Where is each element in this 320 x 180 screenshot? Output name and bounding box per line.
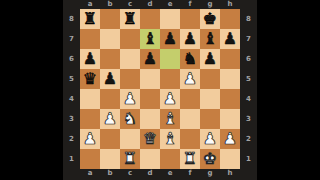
file-label-a: a xyxy=(80,0,100,9)
video-frame: abcdefgh 87654321 ♜♜♚♝♟♟♝♟♟♟♞♟♛♟♟♟♟♟♞♝♟♛… xyxy=(0,0,320,180)
file-label-h: h xyxy=(220,169,240,178)
file-label-h: h xyxy=(220,0,240,9)
square-f7[interactable]: ♟ xyxy=(180,29,200,49)
square-a5[interactable]: ♛ xyxy=(80,69,100,89)
square-d1[interactable] xyxy=(140,149,160,169)
file-labels-top: abcdefgh xyxy=(80,0,240,9)
square-g4[interactable] xyxy=(200,89,220,109)
square-g7[interactable]: ♝ xyxy=(200,29,220,49)
square-g3[interactable] xyxy=(200,109,220,129)
piece-black-king: ♚ xyxy=(203,9,217,29)
rank-label-2: 2 xyxy=(63,129,80,149)
square-d3[interactable] xyxy=(140,109,160,129)
square-a6[interactable]: ♟ xyxy=(80,49,100,69)
piece-black-pawn: ♟ xyxy=(163,29,177,49)
piece-white-queen: ♛ xyxy=(143,129,157,149)
board-frame: abcdefgh 87654321 ♜♜♚♝♟♟♝♟♟♟♞♟♛♟♟♟♟♟♞♝♟♛… xyxy=(63,0,257,180)
square-c4[interactable]: ♟ xyxy=(120,89,140,109)
square-b5[interactable]: ♟ xyxy=(100,69,120,89)
file-label-f: f xyxy=(180,169,200,178)
piece-white-bishop: ♝ xyxy=(163,129,177,149)
file-label-f: f xyxy=(180,0,200,9)
rank-label-3: 3 xyxy=(63,109,80,129)
square-b6[interactable] xyxy=(100,49,120,69)
square-e5[interactable] xyxy=(160,69,180,89)
piece-black-pawn: ♟ xyxy=(183,29,197,49)
square-d2[interactable]: ♛ xyxy=(140,129,160,149)
piece-black-knight: ♞ xyxy=(183,49,197,69)
rank-label-1: 1 xyxy=(240,149,257,169)
square-c1[interactable]: ♜ xyxy=(120,149,140,169)
square-d5[interactable] xyxy=(140,69,160,89)
square-a7[interactable] xyxy=(80,29,100,49)
square-h6[interactable] xyxy=(220,49,240,69)
piece-black-pawn: ♟ xyxy=(203,49,217,69)
square-d6[interactable]: ♟ xyxy=(140,49,160,69)
rank-label-7: 7 xyxy=(63,29,80,49)
square-f6[interactable]: ♞ xyxy=(180,49,200,69)
square-h8[interactable] xyxy=(220,9,240,29)
file-labels-bottom: abcdefgh xyxy=(80,169,240,178)
rank-labels-right: 87654321 xyxy=(240,9,257,169)
square-a3[interactable] xyxy=(80,109,100,129)
square-d8[interactable] xyxy=(140,9,160,29)
rank-label-4: 4 xyxy=(63,89,80,109)
rank-label-7: 7 xyxy=(240,29,257,49)
square-f1[interactable]: ♜ xyxy=(180,149,200,169)
square-b7[interactable] xyxy=(100,29,120,49)
square-e1[interactable] xyxy=(160,149,180,169)
square-b8[interactable] xyxy=(100,9,120,29)
piece-white-rook: ♜ xyxy=(183,149,197,169)
piece-white-pawn: ♟ xyxy=(83,129,97,149)
piece-black-pawn: ♟ xyxy=(223,29,237,49)
rank-label-5: 5 xyxy=(240,69,257,89)
square-c2[interactable] xyxy=(120,129,140,149)
rank-label-3: 3 xyxy=(240,109,257,129)
square-g5[interactable] xyxy=(200,69,220,89)
square-h4[interactable] xyxy=(220,89,240,109)
piece-white-king: ♚ xyxy=(203,149,217,169)
square-e4[interactable]: ♟ xyxy=(160,89,180,109)
piece-white-rook: ♜ xyxy=(123,149,137,169)
square-c3[interactable]: ♞ xyxy=(120,109,140,129)
square-a8[interactable]: ♜ xyxy=(80,9,100,29)
piece-black-bishop: ♝ xyxy=(143,29,157,49)
square-d7[interactable]: ♝ xyxy=(140,29,160,49)
square-f2[interactable] xyxy=(180,129,200,149)
square-g2[interactable]: ♟ xyxy=(200,129,220,149)
square-b2[interactable] xyxy=(100,129,120,149)
rank-label-8: 8 xyxy=(240,9,257,29)
square-h1[interactable] xyxy=(220,149,240,169)
square-b3[interactable]: ♟ xyxy=(100,109,120,129)
piece-white-pawn: ♟ xyxy=(103,109,117,129)
rank-label-1: 1 xyxy=(63,149,80,169)
square-a1[interactable] xyxy=(80,149,100,169)
square-c6[interactable] xyxy=(120,49,140,69)
square-h3[interactable] xyxy=(220,109,240,129)
piece-white-pawn: ♟ xyxy=(203,129,217,149)
piece-black-queen: ♛ xyxy=(83,69,97,89)
square-h7[interactable]: ♟ xyxy=(220,29,240,49)
piece-white-pawn: ♟ xyxy=(163,89,177,109)
rank-label-8: 8 xyxy=(63,9,80,29)
file-label-b: b xyxy=(100,0,120,9)
rank-label-6: 6 xyxy=(240,49,257,69)
file-label-d: d xyxy=(140,169,160,178)
square-f5[interactable]: ♟ xyxy=(180,69,200,89)
square-g6[interactable]: ♟ xyxy=(200,49,220,69)
board: ♜♜♚♝♟♟♝♟♟♟♞♟♛♟♟♟♟♟♞♝♟♛♝♟♟♜♜♚ xyxy=(80,9,240,169)
square-g8[interactable]: ♚ xyxy=(200,9,220,29)
square-e8[interactable] xyxy=(160,9,180,29)
piece-black-pawn: ♟ xyxy=(143,49,157,69)
square-a2[interactable]: ♟ xyxy=(80,129,100,149)
piece-black-pawn: ♟ xyxy=(83,49,97,69)
square-h2[interactable]: ♟ xyxy=(220,129,240,149)
file-label-g: g xyxy=(200,0,220,9)
rank-label-4: 4 xyxy=(240,89,257,109)
square-c7[interactable] xyxy=(120,29,140,49)
piece-black-pawn: ♟ xyxy=(103,69,117,89)
file-label-e: e xyxy=(160,169,180,178)
file-label-e: e xyxy=(160,0,180,9)
square-a4[interactable] xyxy=(80,89,100,109)
file-label-a: a xyxy=(80,169,100,178)
piece-white-pawn: ♟ xyxy=(223,129,237,149)
piece-white-knight: ♞ xyxy=(123,109,137,129)
square-e3[interactable]: ♝ xyxy=(160,109,180,129)
rank-labels-left: 87654321 xyxy=(63,9,80,169)
rank-label-2: 2 xyxy=(240,129,257,149)
piece-white-pawn: ♟ xyxy=(123,89,137,109)
square-d4[interactable] xyxy=(140,89,160,109)
file-label-d: d xyxy=(140,0,160,9)
piece-white-bishop: ♝ xyxy=(163,109,177,129)
file-label-g: g xyxy=(200,169,220,178)
square-c5[interactable] xyxy=(120,69,140,89)
piece-black-bishop: ♝ xyxy=(203,29,217,49)
square-f3[interactable] xyxy=(180,109,200,129)
file-label-b: b xyxy=(100,169,120,178)
square-e6[interactable] xyxy=(160,49,180,69)
rank-label-5: 5 xyxy=(63,69,80,89)
square-c8[interactable]: ♜ xyxy=(120,9,140,29)
rank-label-6: 6 xyxy=(63,49,80,69)
square-g1[interactable]: ♚ xyxy=(200,149,220,169)
square-b4[interactable] xyxy=(100,89,120,109)
file-label-c: c xyxy=(120,0,140,9)
square-f4[interactable] xyxy=(180,89,200,109)
square-e7[interactable]: ♟ xyxy=(160,29,180,49)
piece-black-rook: ♜ xyxy=(123,9,137,29)
square-e2[interactable]: ♝ xyxy=(160,129,180,149)
piece-black-rook: ♜ xyxy=(83,9,97,29)
square-h5[interactable] xyxy=(220,69,240,89)
square-b1[interactable] xyxy=(100,149,120,169)
file-label-c: c xyxy=(120,169,140,178)
square-f8[interactable] xyxy=(180,9,200,29)
piece-white-pawn: ♟ xyxy=(183,69,197,89)
